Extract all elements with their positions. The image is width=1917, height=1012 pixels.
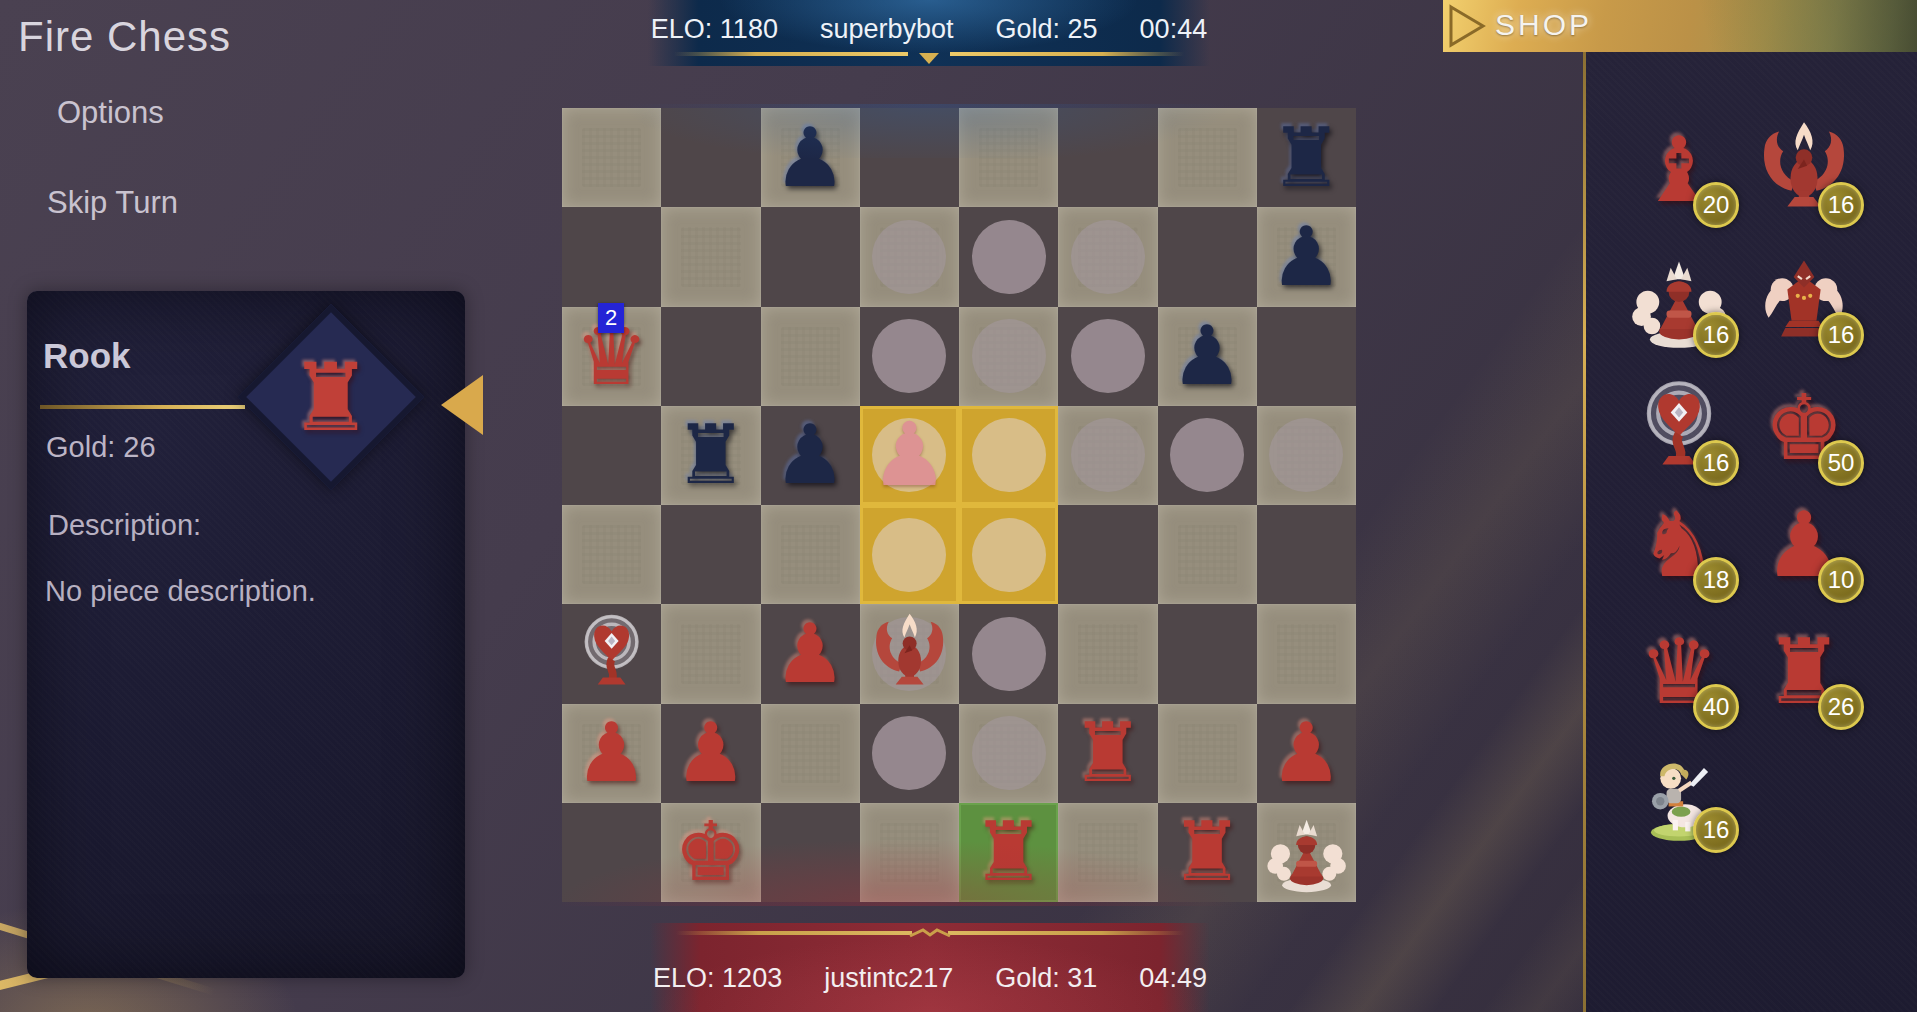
opponent-status-bar: ELO: 1180 superbybot Gold: 25 00:44 <box>648 0 1210 66</box>
piece-black-pawn: ♟ <box>761 108 860 207</box>
square-f6[interactable] <box>1058 307 1157 406</box>
piece-info-panel: Rook ♜ Gold: 26 Description: No piece de… <box>27 291 465 978</box>
move-dot <box>1071 418 1145 492</box>
square-b6[interactable] <box>661 307 760 406</box>
shop-panel-edge <box>1583 52 1586 1012</box>
square-b1[interactable]: ♚ <box>661 803 760 902</box>
square-a1[interactable] <box>562 803 661 902</box>
chevron-right-icon <box>1447 4 1491 52</box>
heart-totem-icon <box>568 608 655 700</box>
square-b8[interactable] <box>661 108 760 207</box>
square-c8[interactable]: ♟ <box>761 108 860 207</box>
square-h4[interactable] <box>1257 505 1356 604</box>
shop-item-guru[interactable]: 16 <box>1627 248 1731 352</box>
square-e8[interactable] <box>959 108 1058 207</box>
square-a2[interactable]: ♟ <box>562 704 661 803</box>
description-label: Description: <box>48 509 201 542</box>
gold-divider <box>40 405 245 409</box>
square-c3[interactable]: ♟ <box>761 604 860 703</box>
target-dot <box>872 518 946 592</box>
shop-item-golem[interactable]: 16 <box>1752 248 1856 352</box>
piece-red-rook: ♜ <box>959 803 1058 902</box>
square-e4[interactable] <box>959 505 1058 604</box>
stack-count-badge: 2 <box>598 303 624 333</box>
shop-item-rook[interactable]: ♜26 <box>1752 620 1856 724</box>
shop-label: SHOP <box>1495 8 1592 42</box>
square-c4[interactable] <box>761 505 860 604</box>
square-g7[interactable] <box>1158 207 1257 306</box>
square-d4[interactable] <box>860 505 959 604</box>
piece-black-rook: ♜ <box>1257 108 1356 207</box>
shop-item-phoenix[interactable]: 16 <box>1752 118 1856 222</box>
move-dot <box>872 319 946 393</box>
shop-item-centaur[interactable]: 16 <box>1627 743 1731 847</box>
square-h2[interactable]: ♟ <box>1257 704 1356 803</box>
piece-name-label: Rook <box>43 336 131 376</box>
square-d5[interactable]: ♟ <box>860 406 959 505</box>
price-coin: 40 <box>1693 684 1739 730</box>
square-e2[interactable] <box>959 704 1058 803</box>
square-d3[interactable] <box>860 604 959 703</box>
panel-arrow-icon <box>441 375 483 435</box>
shop-item-knight[interactable]: ♞18 <box>1627 493 1731 597</box>
square-b3[interactable] <box>661 604 760 703</box>
square-f3[interactable] <box>1058 604 1157 703</box>
shop-item-bishop[interactable]: ♝20 <box>1627 118 1731 222</box>
piece-red-pawn: ♟ <box>761 604 860 703</box>
piece-red-ghost-pawn: ♟ <box>860 406 959 505</box>
square-d7[interactable] <box>860 207 959 306</box>
price-coin: 20 <box>1693 182 1739 228</box>
square-h3[interactable] <box>1257 604 1356 703</box>
square-g5[interactable] <box>1158 406 1257 505</box>
move-dot <box>1269 418 1343 492</box>
opponent-clock: 00:44 <box>1140 14 1208 45</box>
move-dot <box>1170 418 1244 492</box>
square-a8[interactable] <box>562 108 661 207</box>
piece-red-pawn: ♟ <box>562 704 661 803</box>
move-dot <box>972 716 1046 790</box>
piece-red-guru <box>1257 803 1356 902</box>
price-coin: 16 <box>1693 440 1739 486</box>
move-dot <box>872 220 946 294</box>
shop-button[interactable]: SHOP <box>1443 0 1917 52</box>
banner-arrow-icon <box>919 53 939 64</box>
square-f1[interactable] <box>1058 803 1157 902</box>
move-dot <box>972 220 1046 294</box>
square-e7[interactable] <box>959 207 1058 306</box>
piece-red-king: ♚ <box>661 803 760 902</box>
square-e5[interactable] <box>959 406 1058 505</box>
piece-black-pawn: ♟ <box>761 406 860 505</box>
shop-item-queen[interactable]: ♛40 <box>1627 620 1731 724</box>
move-dot <box>1071 319 1145 393</box>
square-a7[interactable] <box>562 207 661 306</box>
square-d6[interactable] <box>860 307 959 406</box>
shop-item-heart-totem[interactable]: 16 <box>1627 376 1731 480</box>
piece-red-rook: ♜ <box>1058 704 1157 803</box>
target-dot <box>972 418 1046 492</box>
square-h8[interactable]: ♜ <box>1257 108 1356 207</box>
options-button[interactable]: Options <box>57 95 164 131</box>
square-f4[interactable] <box>1058 505 1157 604</box>
square-e3[interactable] <box>959 604 1058 703</box>
move-dot <box>972 319 1046 393</box>
opponent-gold: Gold: 25 <box>996 14 1098 45</box>
player-status-bar: ELO: 1203 justintc217 Gold: 31 04:49 <box>650 923 1210 1012</box>
shop-panel: ♝2016161616♚50♞18♟10♛40♜2616 <box>1583 52 1917 1012</box>
move-dot <box>872 716 946 790</box>
square-c1[interactable] <box>761 803 860 902</box>
shop-item-king[interactable]: ♚50 <box>1752 376 1856 480</box>
piece-cost-label: Gold: 26 <box>46 431 156 464</box>
square-b5[interactable]: ♜ <box>661 406 760 505</box>
price-coin: 16 <box>1818 182 1864 228</box>
price-coin: 26 <box>1818 684 1864 730</box>
square-d2[interactable] <box>860 704 959 803</box>
guru-icon <box>1263 806 1350 898</box>
square-d1[interactable] <box>860 803 959 902</box>
shop-item-pawn[interactable]: ♟10 <box>1752 493 1856 597</box>
description-text: No piece description. <box>45 575 316 608</box>
banner-wing-icon <box>908 924 952 942</box>
square-c6[interactable] <box>761 307 860 406</box>
square-f8[interactable] <box>1058 108 1157 207</box>
square-b7[interactable] <box>661 207 760 306</box>
target-dot <box>972 518 1046 592</box>
square-b2[interactable]: ♟ <box>661 704 760 803</box>
game-screen: Fire Chess Options Skip Turn ELO: 1180 s… <box>0 0 1917 1012</box>
square-h1[interactable] <box>1257 803 1356 902</box>
square-c7[interactable] <box>761 207 860 306</box>
chess-board: ♟♜♟♛2♟♜♟♟♟♟♟♜♟♚♜♜ <box>562 108 1356 902</box>
move-dot <box>1071 220 1145 294</box>
skip-turn-button[interactable]: Skip Turn <box>47 185 178 221</box>
player-clock: 04:49 <box>1139 963 1207 994</box>
square-a3[interactable] <box>562 604 661 703</box>
piece-red-pawn: ♟ <box>661 704 760 803</box>
square-c2[interactable] <box>761 704 860 803</box>
piece-black-rook: ♜ <box>661 406 760 505</box>
square-e6[interactable] <box>959 307 1058 406</box>
square-f7[interactable] <box>1058 207 1157 306</box>
piece-black-pawn: ♟ <box>1158 307 1257 406</box>
price-coin: 10 <box>1818 557 1864 603</box>
square-g4[interactable] <box>1158 505 1257 604</box>
square-f5[interactable] <box>1058 406 1157 505</box>
piece-portrait-frame: ♜ <box>238 304 425 491</box>
red-rook-icon: ♜ <box>271 337 391 457</box>
square-g1[interactable]: ♜ <box>1158 803 1257 902</box>
square-d8[interactable] <box>860 108 959 207</box>
square-f2[interactable]: ♜ <box>1058 704 1157 803</box>
square-e1[interactable]: ♜ <box>959 803 1058 902</box>
app-title: Fire Chess <box>18 13 231 61</box>
piece-red-pawn: ♟ <box>1257 704 1356 803</box>
square-a5[interactable] <box>562 406 661 505</box>
player-gold: Gold: 31 <box>995 963 1097 994</box>
opponent-name: superbybot <box>820 14 954 45</box>
square-g2[interactable] <box>1158 704 1257 803</box>
square-c5[interactable]: ♟ <box>761 406 860 505</box>
price-coin: 16 <box>1693 807 1739 853</box>
price-coin: 16 <box>1693 312 1739 358</box>
square-a4[interactable] <box>562 505 661 604</box>
square-g8[interactable] <box>1158 108 1257 207</box>
square-g6[interactable]: ♟ <box>1158 307 1257 406</box>
piece-black-pawn: ♟ <box>1257 207 1356 306</box>
square-g3[interactable] <box>1158 604 1257 703</box>
player-elo: ELO: 1203 <box>653 963 782 994</box>
square-h5[interactable] <box>1257 406 1356 505</box>
move-dot <box>972 617 1046 691</box>
square-h6[interactable] <box>1257 307 1356 406</box>
price-coin: 50 <box>1818 440 1864 486</box>
piece-red-phoenix <box>860 604 959 703</box>
square-h7[interactable]: ♟ <box>1257 207 1356 306</box>
piece-red-heart-totem <box>562 604 661 703</box>
square-a6[interactable]: ♛2 <box>562 307 661 406</box>
player-name: justintc217 <box>824 963 953 994</box>
square-b4[interactable] <box>661 505 760 604</box>
opponent-elo: ELO: 1180 <box>651 14 778 45</box>
price-coin: 16 <box>1818 312 1864 358</box>
phoenix-icon <box>866 608 953 700</box>
piece-red-rook: ♜ <box>1158 803 1257 902</box>
price-coin: 18 <box>1693 557 1739 603</box>
